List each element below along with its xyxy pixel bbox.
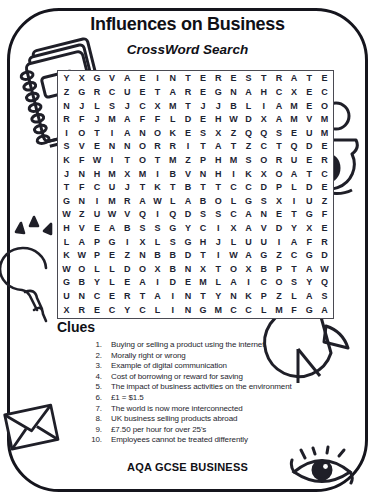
grid-cell: A	[241, 222, 256, 236]
grid-cell: A	[120, 72, 135, 86]
grid-cell: C	[105, 303, 120, 317]
grid-cell: B	[196, 194, 211, 208]
clue-text: Cost of borrowing or reward for saving	[111, 372, 243, 383]
grid-cell: E	[89, 140, 104, 154]
grid-cell: E	[317, 181, 332, 195]
grid-cell: X	[135, 235, 150, 249]
clue-number: 4.	[88, 372, 102, 383]
grid-cell: Z	[317, 194, 332, 208]
grid-cell: A	[135, 194, 150, 208]
grid-cell: T	[180, 99, 195, 113]
grid-cell: F	[302, 235, 317, 249]
grid-cell: C	[241, 181, 256, 195]
grid-cell: D	[256, 181, 271, 195]
grid-cell: S	[59, 140, 74, 154]
clue-number: 3.	[88, 361, 102, 372]
grid-cell: S	[287, 276, 302, 290]
grid-cell: Z	[180, 154, 195, 168]
clue-number: 9.	[88, 425, 102, 436]
grid-cell: N	[105, 140, 120, 154]
clue-text: Employees cannot be treated differently	[111, 435, 248, 446]
grid-cell: N	[74, 167, 89, 181]
grid-cell: S	[241, 72, 256, 86]
grid-cell: Z	[59, 86, 74, 100]
clue-item: 10.Employees cannot be treated different…	[88, 435, 333, 446]
grid-cell: R	[120, 290, 135, 304]
grid-cell: L	[150, 303, 165, 317]
grid-cell: C	[271, 86, 286, 100]
clue-number: 6.	[88, 393, 102, 404]
grid-cell: T	[196, 181, 211, 195]
grid-cell: C	[196, 222, 211, 236]
clue-item: 1.Buying or selling a product using the …	[88, 340, 333, 351]
grid-cell: I	[150, 167, 165, 181]
grid-cell: I	[241, 276, 256, 290]
grid-cell: G	[196, 303, 211, 317]
grid-cell: S	[211, 208, 226, 222]
clues-list: 1.Buying or selling a product using the …	[88, 340, 333, 446]
grid-cell: L	[256, 303, 271, 317]
grid-cell: M	[287, 99, 302, 113]
grid-cell: S	[150, 222, 165, 236]
grid-cell: I	[150, 208, 165, 222]
grid-cell: Q	[241, 126, 256, 140]
grid-cell: X	[287, 86, 302, 100]
grid-cell: O	[135, 263, 150, 277]
grid-cell: K	[59, 154, 74, 168]
grid-cell: A	[287, 72, 302, 86]
grid-cell: K	[241, 167, 256, 181]
grid-cell: X	[74, 72, 89, 86]
grid-cell: C	[226, 208, 241, 222]
grid-cell: Y	[59, 72, 74, 86]
grid-cell: W	[74, 249, 89, 263]
grid-cell: T	[165, 181, 180, 195]
grid-cell: X	[302, 222, 317, 236]
grid-cell: E	[302, 86, 317, 100]
grid-cell: E	[317, 222, 332, 236]
grid-cell: X	[241, 263, 256, 277]
grid-cell: Y	[287, 222, 302, 236]
grid-cell: Q	[135, 208, 150, 222]
grid-cell: J	[196, 99, 211, 113]
clue-text: The impact of business activities on the…	[111, 382, 292, 393]
clue-text: Example of digital communication	[111, 361, 227, 372]
grid-cell: I	[165, 303, 180, 317]
grid-cell: G	[180, 235, 195, 249]
grid-cell: G	[241, 194, 256, 208]
grid-cell: P	[256, 290, 271, 304]
grid-cell: L	[89, 263, 104, 277]
grid-cell: G	[256, 249, 271, 263]
grid-cell: E	[196, 72, 211, 86]
grid-cell: D	[302, 181, 317, 195]
grid-cell: H	[256, 86, 271, 100]
grid-cell: R	[74, 303, 89, 317]
grid-cell: E	[89, 222, 104, 236]
grid-cell: A	[150, 290, 165, 304]
clue-number: 1.	[88, 340, 102, 351]
grid-cell: N	[135, 126, 150, 140]
grid-cell: J	[211, 235, 226, 249]
grid-cell: B	[120, 222, 135, 236]
grid-cell: P	[271, 181, 286, 195]
grid-cell: J	[211, 99, 226, 113]
grid-cell: X	[256, 167, 271, 181]
grid-cell: R	[89, 86, 104, 100]
grid-cell: Z	[74, 208, 89, 222]
grid-cell: T	[59, 181, 74, 195]
grid-cell: L	[226, 194, 241, 208]
grid-cell: D	[120, 263, 135, 277]
wordsearch-grid: YXGVAEINTERESTRATEZGRCUETAREGNAHCXECNJLS…	[57, 70, 334, 319]
clue-item: 6.£1 = $1.5	[88, 393, 333, 404]
grid-cell: R	[120, 194, 135, 208]
grid-cell: C	[317, 86, 332, 100]
grid-cell: C	[241, 303, 256, 317]
grid-cell: U	[302, 126, 317, 140]
grid-cell: K	[165, 126, 180, 140]
grid-cell: T	[180, 72, 195, 86]
grid-cell: T	[302, 72, 317, 86]
grid-cell: C	[135, 99, 150, 113]
grid-cell: G	[89, 72, 104, 86]
grid-cell: F	[150, 113, 165, 127]
grid-cell: L	[165, 113, 180, 127]
envelope-doodle	[0, 386, 64, 466]
grid-cell: E	[180, 126, 195, 140]
grid-cell: H	[196, 235, 211, 249]
clue-text: The world is now more interconnected	[111, 404, 243, 415]
grid-cell: J	[120, 99, 135, 113]
grid-cell: S	[105, 99, 120, 113]
grid-cell: T	[150, 86, 165, 100]
clue-item: 7.The world is now more interconnected	[88, 404, 333, 415]
grid-cell: T	[211, 181, 226, 195]
grid-cell: F	[74, 113, 89, 127]
grid-cell: R	[317, 235, 332, 249]
grid-cell: L	[287, 290, 302, 304]
grid-cell: B	[180, 181, 195, 195]
grid-cell: L	[165, 194, 180, 208]
grid-cell: G	[59, 276, 74, 290]
grid-cell: W	[105, 208, 120, 222]
grid-cell: O	[271, 276, 286, 290]
grid-cell: N	[59, 99, 74, 113]
grid-cell: X	[196, 263, 211, 277]
grid-cell: Q	[317, 276, 332, 290]
grid-cell: I	[105, 154, 120, 168]
grid-cell: I	[256, 99, 271, 113]
grid-cell: P	[89, 249, 104, 263]
grid-cell: N	[180, 263, 195, 277]
grid-cell: V	[302, 113, 317, 127]
grid-cell: I	[271, 235, 286, 249]
grid-cell: I	[211, 222, 226, 236]
grid-cell: M	[271, 303, 286, 317]
grid-cell: P	[196, 154, 211, 168]
grid-cell: A	[271, 99, 286, 113]
grid-cell: E	[135, 72, 150, 86]
grid-cell: G	[74, 86, 89, 100]
grid-cell: H	[89, 167, 104, 181]
grid-cell: A	[74, 235, 89, 249]
grid-cell: O	[226, 263, 241, 277]
grid-cell: H	[59, 222, 74, 236]
grid-cell: C	[287, 249, 302, 263]
grid-cell: D	[317, 249, 332, 263]
grid-cell: S	[196, 126, 211, 140]
grid-cell: R	[271, 154, 286, 168]
grid-cell: I	[165, 290, 180, 304]
grid-cell: A	[105, 222, 120, 236]
grid-cell: K	[241, 290, 256, 304]
grid-cell: F	[74, 154, 89, 168]
grid-cell: L	[150, 235, 165, 249]
grid-cell: A	[120, 126, 135, 140]
grid-cell: F	[317, 208, 332, 222]
grid-cell: M	[317, 113, 332, 127]
grid-cell: C	[256, 276, 271, 290]
grid-cell: J	[89, 113, 104, 127]
grid-cell: Z	[120, 249, 135, 263]
grid-cell: L	[287, 181, 302, 195]
grid-cell: Q	[165, 208, 180, 222]
grid-cell: X	[120, 167, 135, 181]
grid-cell: N	[165, 72, 180, 86]
grid-cell: A	[271, 113, 286, 127]
clue-item: 5.The impact of business activities on t…	[88, 382, 333, 393]
grid-cell: V	[74, 140, 89, 154]
grid-cell: M	[287, 113, 302, 127]
grid-cell: D	[302, 140, 317, 154]
grid-cell: R	[271, 72, 286, 86]
grid-cell: O	[74, 126, 89, 140]
grid-cell: O	[135, 140, 150, 154]
grid-cell: E	[317, 72, 332, 86]
grid-cell: U	[89, 208, 104, 222]
grid-cell: E	[317, 140, 332, 154]
grid-cell: R	[180, 86, 195, 100]
grid-cell: K	[59, 249, 74, 263]
grid-cell: U	[287, 154, 302, 168]
grid-cell: D	[271, 222, 286, 236]
grid-cell: E	[120, 276, 135, 290]
grid-cell: C	[226, 303, 241, 317]
grid-cell: O	[211, 194, 226, 208]
grid-cell: S	[165, 235, 180, 249]
grid-cell: T	[226, 140, 241, 154]
grid-cell: I	[59, 126, 74, 140]
grid-cell: I	[150, 276, 165, 290]
grid-cell: V	[74, 222, 89, 236]
clue-text: Morally right or wrong	[111, 351, 186, 362]
grid-cell: E	[180, 276, 195, 290]
grid-cell: C	[89, 290, 104, 304]
grid-cell: C	[89, 181, 104, 195]
grid-cell: N	[120, 140, 135, 154]
grid-cell: B	[226, 99, 241, 113]
grid-cell: O	[74, 263, 89, 277]
grid-cell: D	[180, 113, 195, 127]
clue-number: 5.	[88, 382, 102, 393]
page-subtitle: CrossWord Search	[0, 42, 375, 57]
grid-cell: B	[165, 263, 180, 277]
clue-item: 4.Cost of borrowing or reward for saving	[88, 372, 333, 383]
clue-text: UK business selling products abroad	[111, 414, 237, 425]
grid-cell: Q	[287, 140, 302, 154]
grid-cell: A	[135, 276, 150, 290]
grid-cell: D	[241, 113, 256, 127]
grid-cell: Y	[180, 222, 195, 236]
grid-cell: G	[59, 194, 74, 208]
grid-cell: S	[271, 126, 286, 140]
grid-cell: T	[271, 140, 286, 154]
grid-cell: F	[287, 303, 302, 317]
grid-cell: Z	[226, 126, 241, 140]
grid-cell: W	[317, 263, 332, 277]
grid-cell: U	[105, 181, 120, 195]
grid-cell: N	[74, 194, 89, 208]
grid-cell: Y	[302, 276, 317, 290]
grid-cell: U	[241, 235, 256, 249]
page-title: Influences on Business	[0, 14, 375, 35]
grid-cell: U	[120, 86, 135, 100]
grid-cell: H	[211, 113, 226, 127]
grid-cell: W	[59, 263, 74, 277]
grid-cell: A	[302, 290, 317, 304]
grid-cell: X	[150, 99, 165, 113]
grid-cell: S	[135, 222, 150, 236]
clue-text: £1 = $1.5	[111, 393, 144, 404]
grid-cell: R	[211, 72, 226, 86]
grid-cell: B	[150, 249, 165, 263]
grid-cell: E	[196, 113, 211, 127]
grid-cell: P	[89, 235, 104, 249]
grid-cell: M	[165, 99, 180, 113]
grid-cell: J	[74, 99, 89, 113]
grid-cell: Z	[271, 249, 286, 263]
grid-cell: B	[165, 249, 180, 263]
grid-cell: S	[256, 194, 271, 208]
grid-cell: T	[150, 154, 165, 168]
grid-cell: G	[302, 249, 317, 263]
grid-cell: F	[74, 181, 89, 195]
grid-cell: N	[256, 208, 271, 222]
grid-cell: T	[287, 208, 302, 222]
grid-cell: L	[226, 235, 241, 249]
grid-cell: T	[256, 72, 271, 86]
grid-cell: O	[150, 126, 165, 140]
grid-cell: Q	[256, 126, 271, 140]
clue-number: 2.	[88, 351, 102, 362]
grid-cell: Z	[271, 290, 286, 304]
grid-cell: A	[226, 276, 241, 290]
grid-cell: G	[105, 235, 120, 249]
grid-cell: A	[211, 140, 226, 154]
grid-cell: Y	[120, 303, 135, 317]
grid-cell: M	[196, 276, 211, 290]
grid-cell: O	[271, 167, 286, 181]
grid-cell: T	[196, 290, 211, 304]
grid-cell: Y	[89, 276, 104, 290]
clue-number: 8.	[88, 414, 102, 425]
grid-cell: I	[211, 249, 226, 263]
clue-text: £7.50 per hour for over 25's	[111, 425, 206, 436]
grid-cell: M	[211, 303, 226, 317]
grid-cell: U	[256, 235, 271, 249]
grid-cell: E	[89, 303, 104, 317]
grid-cell: B	[256, 263, 271, 277]
clue-text: Buying or selling a product using the in…	[111, 340, 264, 351]
grid-cell: A	[287, 235, 302, 249]
grid-cell: L	[211, 276, 226, 290]
grid-cell: C	[135, 303, 150, 317]
grid-cell: X	[226, 222, 241, 236]
grid-cell: N	[180, 303, 195, 317]
grid-cell: J	[59, 167, 74, 181]
grid-cell: T	[302, 167, 317, 181]
grid-cell: L	[105, 276, 120, 290]
grid-cell: W	[226, 249, 241, 263]
grid-cell: J	[120, 181, 135, 195]
clue-number: 7.	[88, 404, 102, 415]
grid-cell: W	[89, 154, 104, 168]
grid-cell: V	[180, 167, 195, 181]
grid-cell: E	[196, 86, 211, 100]
footer-course-label: AQA GCSE BUSINESS	[0, 461, 375, 473]
grid-cell: I	[120, 235, 135, 249]
grid-cell: M	[105, 167, 120, 181]
grid-cell: D	[180, 208, 195, 222]
grid-cell: E	[271, 208, 286, 222]
grid-cell: T	[196, 140, 211, 154]
grid-cell: Z	[241, 140, 256, 154]
grid-cell: A	[317, 303, 332, 317]
grid-cell: N	[74, 290, 89, 304]
grid-cell: T	[196, 249, 211, 263]
grid-cell: N	[196, 167, 211, 181]
grid-cell: A	[302, 263, 317, 277]
grid-cell: I	[180, 140, 195, 154]
grid-cell: E	[135, 86, 150, 100]
grid-cell: X	[271, 194, 286, 208]
grid-cell: M	[165, 154, 180, 168]
grid-cell: X	[150, 263, 165, 277]
clue-item: 2.Morally right or wrong	[88, 351, 333, 362]
grid-cell: T	[89, 126, 104, 140]
grid-cell: I	[89, 194, 104, 208]
grid-cell: T	[211, 263, 226, 277]
grid-cell: U	[59, 290, 74, 304]
grid-cell: R	[317, 154, 332, 168]
grid-cell: G	[302, 208, 317, 222]
grid-cell: A	[120, 113, 135, 127]
grid-cell: L	[105, 263, 120, 277]
grid-cell: G	[211, 86, 226, 100]
grid-cell: M	[226, 154, 241, 168]
grid-cell: E	[105, 249, 120, 263]
grid-cell: S	[241, 154, 256, 168]
grid-cell: V	[256, 222, 271, 236]
grid-cell: E	[302, 99, 317, 113]
grid-cell: U	[302, 194, 317, 208]
grid-cell: R	[150, 140, 165, 154]
grid-cell: N	[226, 290, 241, 304]
grid-cell: G	[302, 303, 317, 317]
grid-cell: F	[135, 113, 150, 127]
grid-cell: A	[241, 86, 256, 100]
